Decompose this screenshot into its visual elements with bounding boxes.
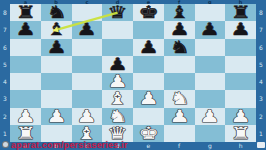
- white-pawn-piece: ♟: [77, 108, 98, 125]
- square-h2[interactable]: ♟: [225, 108, 256, 125]
- white-pawn-piece: ♟: [169, 108, 190, 125]
- square-f8[interactable]: ♝: [164, 4, 195, 21]
- black-rook-piece: ♜: [15, 4, 36, 21]
- coordinate-label: 5: [256, 61, 266, 68]
- square-a5[interactable]: [10, 56, 41, 73]
- square-d8[interactable]: ♛: [102, 4, 133, 21]
- black-pawn-piece: ♟: [230, 21, 251, 38]
- square-h3[interactable]: [225, 90, 256, 107]
- square-e5[interactable]: [133, 56, 164, 73]
- black-pawn-piece: ♟: [200, 21, 221, 38]
- square-b5[interactable]: [41, 56, 72, 73]
- square-e3[interactable]: ♟: [133, 90, 164, 107]
- square-f5[interactable]: [164, 56, 195, 73]
- coordinate-label: g: [195, 142, 226, 150]
- square-b2[interactable]: ♟: [41, 108, 72, 125]
- square-f1[interactable]: [164, 125, 195, 142]
- coordinate-label: 1: [0, 130, 10, 137]
- black-bishop-piece: ♝: [169, 4, 190, 21]
- white-pawn-piece: ♟: [230, 108, 251, 125]
- square-c8[interactable]: [72, 4, 103, 21]
- coordinate-label: 6: [0, 44, 10, 51]
- square-g3[interactable]: [195, 90, 226, 107]
- square-c6[interactable]: [72, 39, 103, 56]
- white-pawn-piece: ♟: [15, 108, 36, 125]
- coordinate-label: 8: [0, 9, 10, 16]
- black-pawn-piece: ♟: [15, 21, 36, 38]
- white-pawn-piece: ♟: [107, 73, 128, 90]
- white-knight-piece: ♞: [169, 90, 190, 107]
- chess-board[interactable]: ♜♞♛♚♝♜♟♝♟♟♟♟♟♟♞♟♟♝♟♞♟♟♟♞♟♟♟♜♝♛♚♜: [10, 4, 256, 142]
- coordinate-label: 7: [0, 26, 10, 33]
- coordinate-label: 8: [256, 9, 266, 16]
- black-bishop-piece: ♝: [46, 21, 67, 38]
- square-g2[interactable]: ♟: [195, 108, 226, 125]
- white-bishop-piece: ♝: [107, 90, 128, 107]
- square-e7[interactable]: [133, 21, 164, 38]
- square-d6[interactable]: [102, 39, 133, 56]
- square-h1[interactable]: ♜: [225, 125, 256, 142]
- square-g7[interactable]: ♟: [195, 21, 226, 38]
- square-g8[interactable]: [195, 4, 226, 21]
- coordinate-label: 4: [256, 78, 266, 85]
- square-e2[interactable]: [133, 108, 164, 125]
- square-c7[interactable]: ♟: [72, 21, 103, 38]
- coordinate-label: 7: [256, 26, 266, 33]
- square-h7[interactable]: ♟: [225, 21, 256, 38]
- coordinate-label: 1: [256, 130, 266, 137]
- coordinate-label: 3: [0, 95, 10, 102]
- coordinate-label: h: [225, 142, 256, 150]
- rank-labels-right: 87654321: [256, 4, 266, 142]
- coordinate-label: e: [133, 142, 164, 150]
- square-e1[interactable]: ♚: [133, 125, 164, 142]
- square-a6[interactable]: [10, 39, 41, 56]
- square-f4[interactable]: [164, 73, 195, 90]
- black-pawn-piece: ♟: [77, 21, 98, 38]
- coordinate-label: f: [164, 142, 195, 150]
- white-rook-piece: ♜: [230, 125, 251, 142]
- square-b6[interactable]: ♟: [41, 39, 72, 56]
- square-c5[interactable]: [72, 56, 103, 73]
- square-e8[interactable]: ♚: [133, 4, 164, 21]
- black-rook-piece: ♜: [230, 4, 251, 21]
- white-pawn-piece: ♟: [200, 108, 221, 125]
- black-pawn-piece: ♟: [169, 21, 190, 38]
- black-king-piece: ♚: [138, 4, 159, 21]
- square-f7[interactable]: ♟: [164, 21, 195, 38]
- square-h6[interactable]: [225, 39, 256, 56]
- black-pawn-piece: ♟: [46, 39, 67, 56]
- square-b8[interactable]: ♞: [41, 4, 72, 21]
- white-pawn-piece: ♟: [46, 108, 67, 125]
- white-knight-piece: ♞: [107, 108, 128, 125]
- square-e4[interactable]: [133, 73, 164, 90]
- square-g4[interactable]: [195, 73, 226, 90]
- square-g6[interactable]: [195, 39, 226, 56]
- square-f2[interactable]: ♟: [164, 108, 195, 125]
- square-a7[interactable]: ♟: [10, 21, 41, 38]
- circle-logo-icon: [2, 141, 9, 148]
- square-d5[interactable]: ♟: [102, 56, 133, 73]
- square-d7[interactable]: [102, 21, 133, 38]
- black-pawn-piece: ♟: [107, 56, 128, 73]
- coordinate-label: 2: [0, 113, 10, 120]
- square-f6[interactable]: ♞: [164, 39, 195, 56]
- coordinate-label: 2: [256, 113, 266, 120]
- coordinate-label: 4: [0, 78, 10, 85]
- square-d2[interactable]: ♞: [102, 108, 133, 125]
- square-a3[interactable]: [10, 90, 41, 107]
- black-queen-piece: ♛: [107, 4, 128, 21]
- black-pawn-piece: ♟: [138, 39, 159, 56]
- chess-app-frame: abcdefgh abcdefgh 87654321 87654321 ♜♞♛♚…: [0, 0, 266, 150]
- square-c2[interactable]: ♟: [72, 108, 103, 125]
- square-g5[interactable]: [195, 56, 226, 73]
- white-badge-icon: [257, 142, 265, 148]
- square-b3[interactable]: [41, 90, 72, 107]
- square-b4[interactable]: [41, 73, 72, 90]
- black-knight-piece: ♞: [169, 39, 190, 56]
- square-h5[interactable]: [225, 56, 256, 73]
- square-c4[interactable]: [72, 73, 103, 90]
- square-a8[interactable]: ♜: [10, 4, 41, 21]
- coordinate-label: 5: [0, 61, 10, 68]
- square-c3[interactable]: [72, 90, 103, 107]
- white-pawn-piece: ♟: [138, 90, 159, 107]
- square-e6[interactable]: ♟: [133, 39, 164, 56]
- square-a2[interactable]: ♟: [10, 108, 41, 125]
- square-f3[interactable]: ♞: [164, 90, 195, 107]
- coordinate-label: 6: [256, 44, 266, 51]
- square-h4[interactable]: [225, 73, 256, 90]
- square-d4[interactable]: ♟: [102, 73, 133, 90]
- watermark-url: aparat.com/persiaseries.ir: [11, 140, 128, 150]
- square-a4[interactable]: [10, 73, 41, 90]
- square-g1[interactable]: [195, 125, 226, 142]
- black-knight-piece: ♞: [46, 4, 67, 21]
- square-h8[interactable]: ♜: [225, 4, 256, 21]
- square-d3[interactable]: ♝: [102, 90, 133, 107]
- white-king-piece: ♚: [138, 125, 159, 142]
- square-b7[interactable]: ♝: [41, 21, 72, 38]
- coordinate-label: 3: [256, 95, 266, 102]
- rank-labels-left: 87654321: [0, 4, 10, 142]
